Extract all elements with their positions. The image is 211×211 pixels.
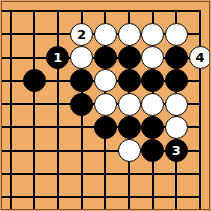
black-stone [118, 116, 141, 139]
move-number-label: 4 [196, 51, 205, 64]
black-stone [94, 46, 117, 69]
black-stone [118, 46, 141, 69]
white-stone [141, 23, 164, 46]
black-stone [165, 46, 188, 69]
white-stone [165, 23, 188, 46]
black-stone-move-1: 1 [46, 46, 69, 69]
move-number-label: 1 [53, 51, 62, 64]
black-stone [141, 69, 164, 92]
grid-hline [2, 173, 201, 175]
grid-vline [57, 11, 59, 209]
black-stone [141, 139, 164, 162]
white-stone [118, 93, 141, 116]
white-stone [165, 93, 188, 116]
white-stone [94, 93, 117, 116]
black-stone [70, 69, 93, 92]
black-stone [23, 69, 46, 92]
grid-vline [10, 11, 12, 209]
white-stone [141, 46, 164, 69]
black-stone [141, 116, 164, 139]
white-stone-move-2: 2 [70, 23, 93, 46]
grid-hline [2, 10, 201, 12]
black-stone [70, 93, 93, 116]
white-stone [94, 69, 117, 92]
black-stone-move-3: 3 [165, 139, 188, 162]
move-number-label: 2 [77, 28, 86, 41]
white-stone [165, 116, 188, 139]
white-stone [118, 139, 141, 162]
grid-vline [199, 11, 201, 209]
white-stone-move-4: 4 [189, 46, 211, 69]
white-stone [141, 93, 164, 116]
move-number-label: 3 [172, 144, 181, 157]
black-stone [94, 116, 117, 139]
black-stone [165, 69, 188, 92]
go-board: 2143 [0, 0, 211, 211]
grid-vline [33, 11, 35, 209]
white-stone [118, 23, 141, 46]
black-stone [118, 69, 141, 92]
white-stone [94, 23, 117, 46]
white-stone [70, 46, 93, 69]
grid-hline [2, 196, 201, 198]
